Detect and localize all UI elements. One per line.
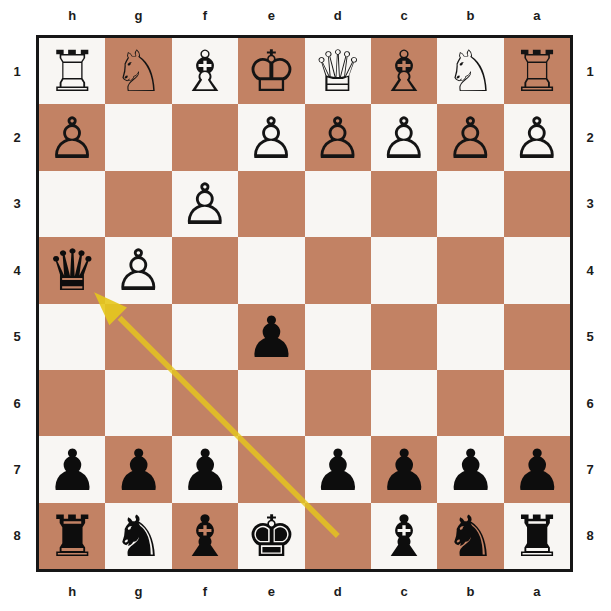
file-label-a: a (504, 2, 570, 28)
piece-black-pawn-b7[interactable]: ♟ (445, 437, 496, 503)
square-a2[interactable]: ♙ (504, 104, 570, 170)
piece-white-knight-b1[interactable]: ♘ (445, 38, 496, 104)
square-h5[interactable] (39, 304, 105, 370)
file-label-e: e (238, 578, 304, 604)
rank-label-4: 4 (573, 237, 607, 303)
square-e2[interactable]: ♙ (238, 104, 304, 170)
file-label-a: a (504, 578, 570, 604)
rank-label-7: 7 (0, 436, 34, 502)
piece-white-pawn-e2[interactable]: ♙ (246, 105, 297, 171)
chess-board[interactable]: ♖♘♗♔♕♗♘♖♙♙♙♙♙♙♙♛♙♟♟♟♟♟♟♟♟♜♞♝♚♝♞♜ (36, 35, 573, 572)
square-e1[interactable]: ♔ (238, 38, 304, 104)
rank-label-6: 6 (0, 370, 34, 436)
piece-black-queen-h4[interactable]: ♛ (47, 237, 98, 303)
square-h4[interactable]: ♛ (39, 237, 105, 303)
square-d5[interactable] (305, 304, 371, 370)
square-c4[interactable] (371, 237, 437, 303)
square-b5[interactable] (437, 304, 503, 370)
file-label-f: f (172, 2, 238, 28)
file-label-f: f (172, 578, 238, 604)
square-b3[interactable] (437, 171, 503, 237)
piece-white-pawn-g4[interactable]: ♙ (113, 237, 164, 303)
rank-label-7: 7 (573, 436, 607, 502)
square-f5[interactable] (172, 304, 238, 370)
rank-label-8: 8 (0, 503, 34, 569)
square-h6[interactable] (39, 370, 105, 436)
square-d7[interactable]: ♟ (305, 436, 371, 502)
piece-black-bishop-c8[interactable]: ♝ (379, 503, 430, 569)
square-g1[interactable]: ♘ (105, 38, 171, 104)
rank-label-2: 2 (573, 104, 607, 170)
rank-label-8: 8 (573, 503, 607, 569)
square-e5[interactable]: ♟ (238, 304, 304, 370)
piece-white-pawn-h2[interactable]: ♙ (47, 105, 98, 171)
square-b7[interactable]: ♟ (437, 436, 503, 502)
piece-black-pawn-d7[interactable]: ♟ (312, 437, 363, 503)
piece-white-pawn-f3[interactable]: ♙ (179, 171, 230, 237)
piece-black-pawn-a7[interactable]: ♟ (511, 437, 562, 503)
square-g4[interactable]: ♙ (105, 237, 171, 303)
file-label-b: b (437, 2, 503, 28)
square-g5[interactable] (105, 304, 171, 370)
rank-label-5: 5 (573, 304, 607, 370)
piece-white-knight-g1[interactable]: ♘ (113, 38, 164, 104)
square-e7[interactable] (238, 436, 304, 502)
square-d2[interactable]: ♙ (305, 104, 371, 170)
square-d1[interactable]: ♕ (305, 38, 371, 104)
rank-label-3: 3 (0, 171, 34, 237)
square-e8[interactable]: ♚ (238, 503, 304, 569)
piece-black-king-e8[interactable]: ♚ (246, 503, 297, 569)
piece-white-bishop-c1[interactable]: ♗ (379, 38, 430, 104)
square-a8[interactable]: ♜ (504, 503, 570, 569)
square-f4[interactable] (172, 237, 238, 303)
square-b1[interactable]: ♘ (437, 38, 503, 104)
file-label-b: b (437, 578, 503, 604)
piece-white-rook-h1[interactable]: ♖ (47, 38, 98, 104)
square-d6[interactable] (305, 370, 371, 436)
square-f7[interactable]: ♟ (172, 436, 238, 502)
square-g8[interactable]: ♞ (105, 503, 171, 569)
square-f1[interactable]: ♗ (172, 38, 238, 104)
file-label-h: h (39, 578, 105, 604)
square-c3[interactable] (371, 171, 437, 237)
file-label-h: h (39, 2, 105, 28)
square-c7[interactable]: ♟ (371, 436, 437, 502)
square-f3[interactable]: ♙ (172, 171, 238, 237)
square-h2[interactable]: ♙ (39, 104, 105, 170)
square-c5[interactable] (371, 304, 437, 370)
file-labels-bottom: hgfedcba (39, 578, 570, 604)
file-labels-top: hgfedcba (39, 2, 570, 28)
square-e3[interactable] (238, 171, 304, 237)
piece-black-pawn-g7[interactable]: ♟ (113, 437, 164, 503)
rank-label-3: 3 (573, 171, 607, 237)
file-label-d: d (305, 2, 371, 28)
rank-label-4: 4 (0, 237, 34, 303)
square-e4[interactable] (238, 237, 304, 303)
piece-black-pawn-e5[interactable]: ♟ (246, 304, 297, 370)
square-b6[interactable] (437, 370, 503, 436)
piece-black-knight-b8[interactable]: ♞ (445, 503, 496, 569)
piece-black-rook-h8[interactable]: ♜ (47, 503, 98, 569)
square-h7[interactable]: ♟ (39, 436, 105, 502)
file-label-g: g (105, 2, 171, 28)
square-a3[interactable] (504, 171, 570, 237)
square-c6[interactable] (371, 370, 437, 436)
square-g3[interactable] (105, 171, 171, 237)
rank-label-1: 1 (573, 38, 607, 104)
square-b8[interactable]: ♞ (437, 503, 503, 569)
square-h1[interactable]: ♖ (39, 38, 105, 104)
square-h8[interactable]: ♜ (39, 503, 105, 569)
square-c2[interactable]: ♙ (371, 104, 437, 170)
piece-white-pawn-b2[interactable]: ♙ (445, 105, 496, 171)
piece-white-pawn-a2[interactable]: ♙ (511, 105, 562, 171)
file-label-d: d (305, 578, 371, 604)
square-g2[interactable] (105, 104, 171, 170)
square-h3[interactable] (39, 171, 105, 237)
piece-white-rook-a1[interactable]: ♖ (511, 38, 562, 104)
piece-white-pawn-c2[interactable]: ♙ (379, 105, 430, 171)
piece-black-pawn-c7[interactable]: ♟ (379, 437, 430, 503)
rank-label-5: 5 (0, 304, 34, 370)
square-g7[interactable]: ♟ (105, 436, 171, 502)
piece-black-knight-g8[interactable]: ♞ (113, 503, 164, 569)
rank-label-2: 2 (0, 104, 34, 170)
square-d8[interactable] (305, 503, 371, 569)
file-label-c: c (371, 2, 437, 28)
square-a4[interactable] (504, 237, 570, 303)
rank-labels-left: 12345678 (0, 38, 34, 569)
file-label-g: g (105, 578, 171, 604)
piece-white-king-e1[interactable]: ♔ (246, 38, 297, 104)
file-label-c: c (371, 578, 437, 604)
square-f8[interactable]: ♝ (172, 503, 238, 569)
square-a5[interactable] (504, 304, 570, 370)
rank-labels-right: 12345678 (573, 38, 607, 569)
piece-black-rook-a8[interactable]: ♜ (511, 503, 562, 569)
piece-white-bishop-f1[interactable]: ♗ (179, 38, 230, 104)
square-d4[interactable] (305, 237, 371, 303)
square-f6[interactable] (172, 370, 238, 436)
piece-black-bishop-f8[interactable]: ♝ (179, 503, 230, 569)
piece-white-pawn-d2[interactable]: ♙ (312, 105, 363, 171)
file-label-e: e (238, 2, 304, 28)
square-b4[interactable] (437, 237, 503, 303)
square-a6[interactable] (504, 370, 570, 436)
rank-label-6: 6 (573, 370, 607, 436)
square-b2[interactable]: ♙ (437, 104, 503, 170)
rank-label-1: 1 (0, 38, 34, 104)
square-c8[interactable]: ♝ (371, 503, 437, 569)
piece-white-queen-d1[interactable]: ♕ (312, 38, 363, 104)
square-a7[interactable]: ♟ (504, 436, 570, 502)
square-g6[interactable] (105, 370, 171, 436)
piece-black-pawn-f7[interactable]: ♟ (179, 437, 230, 503)
square-f2[interactable] (172, 104, 238, 170)
square-a1[interactable]: ♖ (504, 38, 570, 104)
chess-diagram: hgfedcba hgfedcba 12345678 12345678 ♖♘♗♔… (0, 0, 611, 611)
square-d3[interactable] (305, 171, 371, 237)
square-c1[interactable]: ♗ (371, 38, 437, 104)
piece-black-pawn-h7[interactable]: ♟ (47, 437, 98, 503)
square-e6[interactable] (238, 370, 304, 436)
